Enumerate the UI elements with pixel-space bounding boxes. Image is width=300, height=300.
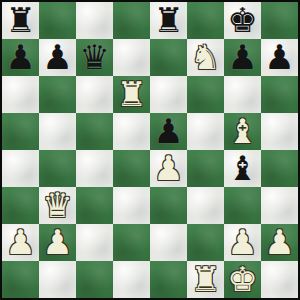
square-e2[interactable] (150, 224, 187, 261)
piece-white-knight[interactable]: ♞ (190, 40, 220, 74)
square-f4[interactable] (187, 150, 224, 187)
piece-black-rook[interactable]: ♜ (153, 3, 183, 37)
square-h4[interactable] (261, 150, 298, 187)
square-g4[interactable]: ♝ (224, 150, 261, 187)
square-c8[interactable] (76, 2, 113, 39)
square-f1[interactable]: ♜ (187, 261, 224, 298)
square-h6[interactable] (261, 76, 298, 113)
square-c6[interactable] (76, 76, 113, 113)
square-d8[interactable] (113, 2, 150, 39)
square-e8[interactable]: ♜ (150, 2, 187, 39)
piece-black-rook[interactable]: ♜ (5, 3, 35, 37)
square-b5[interactable] (39, 113, 76, 150)
square-h3[interactable] (261, 187, 298, 224)
piece-black-pawn[interactable]: ♟ (5, 40, 35, 74)
square-g5[interactable]: ♝ (224, 113, 261, 150)
square-a2[interactable]: ♟ (2, 224, 39, 261)
square-d1[interactable] (113, 261, 150, 298)
square-d3[interactable] (113, 187, 150, 224)
square-h1[interactable] (261, 261, 298, 298)
piece-black-pawn[interactable]: ♟ (153, 114, 183, 148)
square-a8[interactable]: ♜ (2, 2, 39, 39)
square-e6[interactable] (150, 76, 187, 113)
square-b4[interactable] (39, 150, 76, 187)
square-e1[interactable] (150, 261, 187, 298)
square-d2[interactable] (113, 224, 150, 261)
square-a5[interactable] (2, 113, 39, 150)
square-b3[interactable]: ♛ (39, 187, 76, 224)
square-g1[interactable]: ♚ (224, 261, 261, 298)
square-c5[interactable] (76, 113, 113, 150)
piece-white-rook[interactable]: ♜ (190, 262, 220, 296)
square-a7[interactable]: ♟ (2, 39, 39, 76)
piece-black-bishop[interactable]: ♝ (227, 151, 257, 185)
piece-black-pawn[interactable]: ♟ (227, 40, 257, 74)
square-c4[interactable] (76, 150, 113, 187)
piece-black-pawn[interactable]: ♟ (264, 40, 294, 74)
piece-white-pawn[interactable]: ♟ (5, 225, 35, 259)
piece-white-queen[interactable]: ♛ (42, 188, 72, 222)
piece-white-pawn[interactable]: ♟ (42, 225, 72, 259)
piece-white-pawn[interactable]: ♟ (264, 225, 294, 259)
piece-black-pawn[interactable]: ♟ (42, 40, 72, 74)
square-g7[interactable]: ♟ (224, 39, 261, 76)
piece-white-bishop[interactable]: ♝ (227, 114, 257, 148)
square-b7[interactable]: ♟ (39, 39, 76, 76)
square-f2[interactable] (187, 224, 224, 261)
piece-black-queen[interactable]: ♛ (79, 40, 109, 74)
square-g3[interactable] (224, 187, 261, 224)
square-e4[interactable]: ♟ (150, 150, 187, 187)
square-g8[interactable]: ♚ (224, 2, 261, 39)
square-e7[interactable] (150, 39, 187, 76)
square-b2[interactable]: ♟ (39, 224, 76, 261)
square-h7[interactable]: ♟ (261, 39, 298, 76)
piece-white-pawn[interactable]: ♟ (227, 225, 257, 259)
chess-board: ♜♜♚♟♟♛♞♟♟♜♟♝♟♝♛♟♟♟♟♜♚ (2, 2, 298, 298)
square-d6[interactable]: ♜ (113, 76, 150, 113)
square-f7[interactable]: ♞ (187, 39, 224, 76)
square-c2[interactable] (76, 224, 113, 261)
square-c1[interactable] (76, 261, 113, 298)
square-f5[interactable] (187, 113, 224, 150)
square-b8[interactable] (39, 2, 76, 39)
square-g6[interactable] (224, 76, 261, 113)
square-d4[interactable] (113, 150, 150, 187)
square-h2[interactable]: ♟ (261, 224, 298, 261)
piece-white-pawn[interactable]: ♟ (153, 151, 183, 185)
board-frame: ♜♜♚♟♟♛♞♟♟♜♟♝♟♝♛♟♟♟♟♜♚ (0, 0, 300, 300)
square-g2[interactable]: ♟ (224, 224, 261, 261)
square-a6[interactable] (2, 76, 39, 113)
square-h5[interactable] (261, 113, 298, 150)
piece-white-rook[interactable]: ♜ (116, 77, 146, 111)
square-d5[interactable] (113, 113, 150, 150)
square-h8[interactable] (261, 2, 298, 39)
piece-black-king[interactable]: ♚ (227, 3, 257, 37)
square-f3[interactable] (187, 187, 224, 224)
square-a4[interactable] (2, 150, 39, 187)
square-b1[interactable] (39, 261, 76, 298)
square-d7[interactable] (113, 39, 150, 76)
square-e5[interactable]: ♟ (150, 113, 187, 150)
piece-white-king[interactable]: ♚ (227, 262, 257, 296)
square-b6[interactable] (39, 76, 76, 113)
square-f6[interactable] (187, 76, 224, 113)
square-f8[interactable] (187, 2, 224, 39)
square-a1[interactable] (2, 261, 39, 298)
square-c3[interactable] (76, 187, 113, 224)
square-a3[interactable] (2, 187, 39, 224)
square-e3[interactable] (150, 187, 187, 224)
square-c7[interactable]: ♛ (76, 39, 113, 76)
